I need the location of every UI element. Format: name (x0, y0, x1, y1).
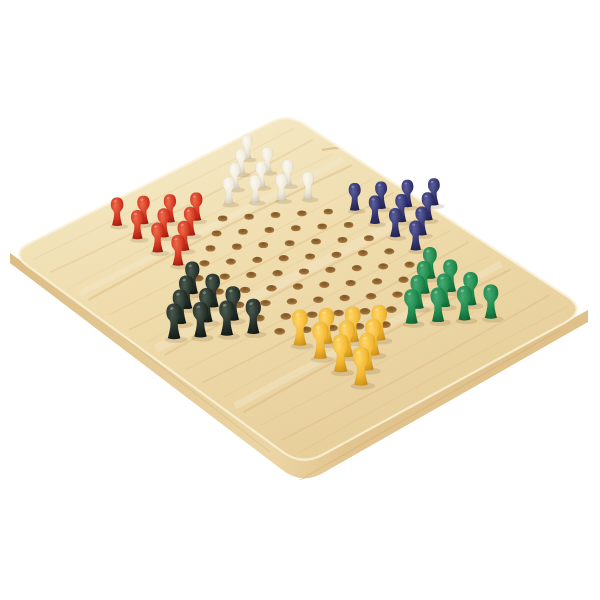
board-hole[interactable] (232, 244, 242, 250)
board-hole[interactable] (252, 257, 262, 263)
board-hole[interactable] (246, 272, 256, 278)
board-hole[interactable] (319, 282, 329, 288)
board-hole[interactable] (313, 297, 323, 303)
board-hole[interactable] (358, 250, 368, 256)
board-hole[interactable] (360, 308, 371, 315)
board-hole[interactable] (220, 273, 230, 279)
board-hole[interactable] (346, 280, 356, 286)
board-hole[interactable] (212, 230, 222, 236)
board-hole[interactable] (226, 259, 236, 265)
board-hole[interactable] (398, 277, 408, 283)
board-hole[interactable] (279, 255, 289, 261)
board-hole[interactable] (266, 285, 276, 291)
board-top (0, 0, 600, 600)
board-hole[interactable] (307, 311, 318, 318)
board-hole[interactable] (299, 268, 309, 274)
board-hole[interactable] (384, 248, 394, 254)
chinese-checkers-board-photo (0, 0, 600, 600)
board-hole[interactable] (244, 214, 254, 220)
board-hole[interactable] (297, 210, 306, 216)
board-hole[interactable] (333, 310, 344, 317)
board-hole[interactable] (291, 225, 301, 231)
board-hole[interactable] (344, 222, 354, 228)
board-hole[interactable] (260, 300, 270, 306)
board-hole[interactable] (332, 252, 342, 258)
board-hole[interactable] (240, 287, 250, 293)
board-hole[interactable] (317, 224, 327, 230)
board-hole[interactable] (285, 240, 295, 246)
board-hole[interactable] (366, 293, 376, 299)
board-hole[interactable] (311, 239, 321, 245)
board-hole[interactable] (352, 265, 362, 271)
board-hole[interactable] (281, 313, 292, 320)
board-hole[interactable] (200, 260, 210, 266)
board-hole[interactable] (324, 209, 333, 215)
board-hole[interactable] (293, 283, 303, 289)
board-hole[interactable] (340, 295, 350, 301)
board-hole[interactable] (405, 262, 415, 268)
board-hole[interactable] (325, 267, 335, 273)
board-hole[interactable] (206, 245, 216, 251)
board-hole[interactable] (274, 328, 285, 335)
board-hole[interactable] (392, 291, 402, 297)
wood-grain (0, 0, 600, 600)
board-hole[interactable] (372, 278, 382, 284)
board-hole[interactable] (218, 215, 228, 221)
board-hole[interactable] (238, 229, 248, 235)
board-hole[interactable] (305, 253, 315, 259)
board-hole[interactable] (378, 263, 388, 269)
product-photo-canvas (0, 0, 600, 600)
board-hole[interactable] (364, 235, 374, 241)
board-hole[interactable] (271, 212, 281, 218)
board-hole[interactable] (338, 237, 348, 243)
board-hole[interactable] (258, 242, 268, 248)
board-hole[interactable] (386, 306, 397, 313)
board-hole[interactable] (265, 227, 275, 233)
board-hole[interactable] (273, 270, 283, 276)
board-hole[interactable] (287, 298, 297, 304)
